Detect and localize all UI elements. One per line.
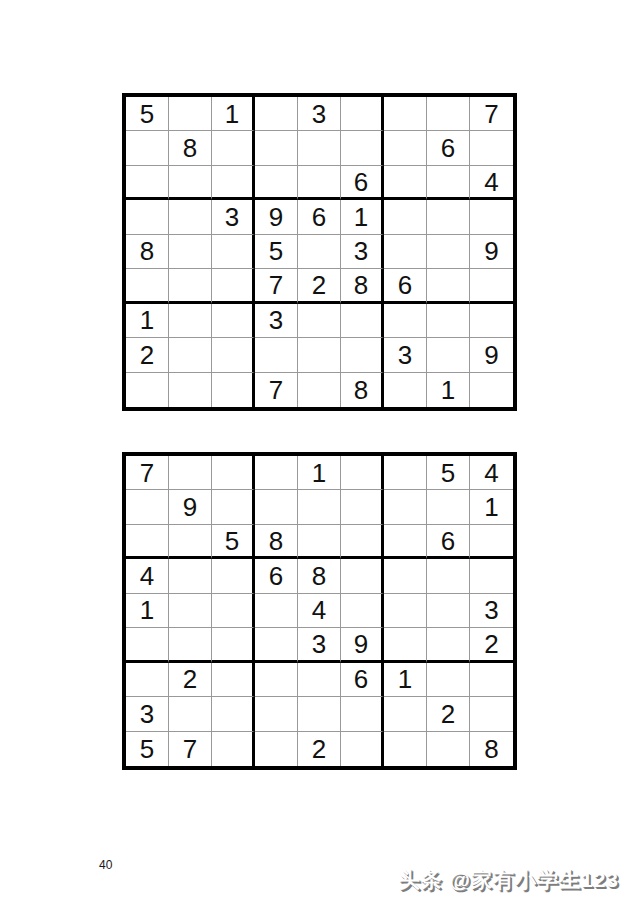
sudoku-grid-2: 715491586468143392261325728 (122, 452, 517, 770)
cell-r5c2 (169, 594, 212, 628)
cell-r3c9 (470, 525, 513, 559)
cell-r1c2 (169, 97, 212, 131)
cell-r3c6 (341, 525, 384, 559)
cell-r3c8: 6 (427, 525, 470, 559)
cell-r8c3 (212, 338, 255, 372)
cell-r2c9: 1 (470, 490, 513, 524)
cell-r4c8 (427, 200, 470, 234)
cell-r5c6 (341, 594, 384, 628)
cell-r8c6 (341, 697, 384, 731)
cell-r8c9 (470, 697, 513, 731)
cell-r5c3 (212, 594, 255, 628)
cell-r3c4: 8 (255, 525, 298, 559)
cell-r1c5: 1 (298, 456, 341, 490)
cell-r1c7 (384, 97, 427, 131)
cell-r4c9 (470, 559, 513, 593)
cell-r9c9 (470, 373, 513, 407)
cell-r2c2: 9 (169, 490, 212, 524)
cell-r6c7: 6 (384, 269, 427, 303)
cell-r9c8 (427, 732, 470, 766)
cell-r4c4: 6 (255, 559, 298, 593)
cell-r2c5 (298, 490, 341, 524)
cell-r4c3 (212, 559, 255, 593)
cell-r9c6 (341, 732, 384, 766)
cell-r9c2 (169, 373, 212, 407)
cell-r9c1 (126, 373, 169, 407)
cell-r7c3 (212, 304, 255, 338)
cell-r8c2 (169, 697, 212, 731)
cell-r4c2 (169, 200, 212, 234)
cell-r7c4 (255, 663, 298, 697)
cell-r2c1 (126, 490, 169, 524)
worksheet-page: 5137866439618539728613239781 71549158646… (0, 0, 640, 906)
cell-r2c4 (255, 490, 298, 524)
cell-r9c9: 8 (470, 732, 513, 766)
cell-r2c3 (212, 490, 255, 524)
cell-r3c2 (169, 525, 212, 559)
cell-r4c7 (384, 200, 427, 234)
cell-r8c1: 3 (126, 697, 169, 731)
cell-r7c6 (341, 304, 384, 338)
cell-r2c1 (126, 131, 169, 165)
cell-r7c2 (169, 304, 212, 338)
cell-r1c7 (384, 456, 427, 490)
cell-r5c2 (169, 235, 212, 269)
cell-r4c2 (169, 559, 212, 593)
cell-r6c2 (169, 269, 212, 303)
cell-r8c8: 2 (427, 697, 470, 731)
cell-r4c5: 8 (298, 559, 341, 593)
cell-r7c4: 3 (255, 304, 298, 338)
cell-r1c8 (427, 97, 470, 131)
cell-r1c6 (341, 97, 384, 131)
cell-r8c5 (298, 697, 341, 731)
cell-r4c3: 3 (212, 200, 255, 234)
cell-r8c4 (255, 697, 298, 731)
cell-r9c3 (212, 373, 255, 407)
cell-r1c5: 3 (298, 97, 341, 131)
cell-r5c7 (384, 594, 427, 628)
cell-r7c5 (298, 304, 341, 338)
cell-r3c4 (255, 166, 298, 200)
cell-r2c6 (341, 490, 384, 524)
cell-r6c3 (212, 628, 255, 662)
cell-r2c6 (341, 131, 384, 165)
cell-r1c2 (169, 456, 212, 490)
cell-r9c4 (255, 732, 298, 766)
cell-r4c9 (470, 200, 513, 234)
cell-r6c8 (427, 628, 470, 662)
cell-r3c8 (427, 166, 470, 200)
cell-r1c1: 7 (126, 456, 169, 490)
cell-r4c1: 4 (126, 559, 169, 593)
cell-r1c9: 4 (470, 456, 513, 490)
cell-r1c6 (341, 456, 384, 490)
cell-r7c8 (427, 663, 470, 697)
cell-r7c1 (126, 663, 169, 697)
cell-r7c2: 2 (169, 663, 212, 697)
cell-r2c7 (384, 490, 427, 524)
cell-r7c1: 1 (126, 304, 169, 338)
cell-r6c2 (169, 628, 212, 662)
cell-r6c6: 9 (341, 628, 384, 662)
cell-r6c1 (126, 628, 169, 662)
cell-r3c2 (169, 166, 212, 200)
cell-r1c1: 5 (126, 97, 169, 131)
cell-r7c6: 6 (341, 663, 384, 697)
cell-r3c1 (126, 525, 169, 559)
cell-r3c5 (298, 525, 341, 559)
cell-r8c4 (255, 338, 298, 372)
cell-r5c5 (298, 235, 341, 269)
cell-r3c1 (126, 166, 169, 200)
cell-r8c7: 3 (384, 338, 427, 372)
cell-r3c3: 5 (212, 525, 255, 559)
cell-r8c9: 9 (470, 338, 513, 372)
cell-r7c3 (212, 663, 255, 697)
cell-r9c2: 7 (169, 732, 212, 766)
cell-r8c8 (427, 338, 470, 372)
cell-r1c8: 5 (427, 456, 470, 490)
cell-r8c7 (384, 697, 427, 731)
cell-r6c9: 2 (470, 628, 513, 662)
cell-r9c1: 5 (126, 732, 169, 766)
cell-r1c3 (212, 456, 255, 490)
cell-r7c9 (470, 304, 513, 338)
cell-r3c7 (384, 525, 427, 559)
cell-r3c6: 6 (341, 166, 384, 200)
cell-r5c4 (255, 594, 298, 628)
cell-r6c4 (255, 628, 298, 662)
cell-r6c5: 3 (298, 628, 341, 662)
cell-r9c5: 2 (298, 732, 341, 766)
cell-r4c7 (384, 559, 427, 593)
cell-r5c5: 4 (298, 594, 341, 628)
cell-r5c8 (427, 235, 470, 269)
cell-r6c8 (427, 269, 470, 303)
cell-r6c9 (470, 269, 513, 303)
cell-r2c2: 8 (169, 131, 212, 165)
cell-r5c1: 1 (126, 594, 169, 628)
cell-r3c5 (298, 166, 341, 200)
cell-r7c5 (298, 663, 341, 697)
cell-r2c3 (212, 131, 255, 165)
cell-r9c4: 7 (255, 373, 298, 407)
watermark: 头条 @家有小学生123 (399, 866, 619, 894)
cell-r7c7: 1 (384, 663, 427, 697)
cell-r8c2 (169, 338, 212, 372)
cell-r4c5: 6 (298, 200, 341, 234)
cell-r9c5 (298, 373, 341, 407)
cell-r8c5 (298, 338, 341, 372)
cell-r9c7 (384, 732, 427, 766)
cell-r5c3 (212, 235, 255, 269)
cell-r8c3 (212, 697, 255, 731)
cell-r2c4 (255, 131, 298, 165)
cell-r5c9: 3 (470, 594, 513, 628)
cell-r8c6 (341, 338, 384, 372)
page-number: 40 (99, 858, 112, 872)
cell-r2c8 (427, 490, 470, 524)
cell-r5c8 (427, 594, 470, 628)
cell-r6c3 (212, 269, 255, 303)
cell-r7c8 (427, 304, 470, 338)
cell-r1c4 (255, 456, 298, 490)
cell-r3c9: 4 (470, 166, 513, 200)
cell-r4c8 (427, 559, 470, 593)
cell-r4c6 (341, 559, 384, 593)
cell-r4c4: 9 (255, 200, 298, 234)
cell-r8c1: 2 (126, 338, 169, 372)
cell-r5c7 (384, 235, 427, 269)
cell-r5c6: 3 (341, 235, 384, 269)
cell-r2c8: 6 (427, 131, 470, 165)
cell-r7c9 (470, 663, 513, 697)
cell-r7c7 (384, 304, 427, 338)
cell-r1c9: 7 (470, 97, 513, 131)
cell-r6c7 (384, 628, 427, 662)
cell-r5c1: 8 (126, 235, 169, 269)
cell-r3c3 (212, 166, 255, 200)
cell-r4c1 (126, 200, 169, 234)
cell-r2c9 (470, 131, 513, 165)
cell-r6c4: 7 (255, 269, 298, 303)
cell-r1c4 (255, 97, 298, 131)
cell-r2c5 (298, 131, 341, 165)
cell-r1c3: 1 (212, 97, 255, 131)
cell-r3c7 (384, 166, 427, 200)
cell-r9c7 (384, 373, 427, 407)
cell-r4c6: 1 (341, 200, 384, 234)
cell-r9c3 (212, 732, 255, 766)
sudoku-grid-1: 5137866439618539728613239781 (122, 93, 517, 411)
cell-r9c6: 8 (341, 373, 384, 407)
cell-r9c8: 1 (427, 373, 470, 407)
cell-r5c9: 9 (470, 235, 513, 269)
cell-r6c5: 2 (298, 269, 341, 303)
cell-r6c1 (126, 269, 169, 303)
cell-r2c7 (384, 131, 427, 165)
cell-r5c4: 5 (255, 235, 298, 269)
cell-r6c6: 8 (341, 269, 384, 303)
